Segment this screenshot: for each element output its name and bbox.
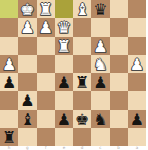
file-label-a: a — [128, 146, 146, 150]
square-g7[interactable]: ♝ — [18, 110, 36, 128]
square-d6[interactable] — [73, 91, 91, 109]
square-h4[interactable]: ♟ — [0, 55, 18, 73]
square-b5[interactable] — [110, 73, 128, 91]
square-c6[interactable] — [91, 91, 109, 109]
file-label-c: c — [91, 146, 109, 150]
white-pawn[interactable]: ♟ — [93, 38, 107, 54]
file-coordinates: hgfedcba — [0, 146, 146, 150]
square-e2[interactable]: ♛ — [55, 18, 73, 36]
square-f7[interactable] — [37, 110, 55, 128]
square-e4[interactable] — [55, 55, 73, 73]
square-c2[interactable] — [91, 18, 109, 36]
square-h1[interactable] — [0, 0, 18, 18]
black-pawn[interactable]: ♟ — [57, 75, 71, 91]
square-h6[interactable] — [0, 91, 18, 109]
square-c8[interactable] — [91, 128, 109, 146]
white-bishop[interactable]: ♝ — [75, 2, 89, 18]
square-a8[interactable] — [128, 128, 146, 146]
square-g1[interactable]: ♚ — [18, 0, 36, 18]
square-a6[interactable] — [128, 91, 146, 109]
white-knight[interactable]: ♞ — [93, 56, 107, 72]
black-pawn[interactable]: ♟ — [2, 75, 16, 91]
white-pawn[interactable]: ♟ — [130, 56, 144, 72]
square-a5[interactable] — [128, 73, 146, 91]
file-label-b: b — [110, 146, 128, 150]
file-label-e: e — [55, 146, 73, 150]
square-g8[interactable] — [18, 128, 36, 146]
square-f3[interactable] — [37, 37, 55, 55]
square-c3[interactable]: ♟ — [91, 37, 109, 55]
file-label-g: g — [18, 146, 36, 150]
black-bishop[interactable]: ♝ — [20, 111, 34, 127]
square-d3[interactable] — [73, 37, 91, 55]
square-g3[interactable] — [18, 37, 36, 55]
black-pawn[interactable]: ♟ — [93, 75, 107, 91]
square-c4[interactable]: ♞ — [91, 55, 109, 73]
square-e3[interactable]: ♜ — [55, 37, 73, 55]
square-b7[interactable] — [110, 110, 128, 128]
square-d5[interactable]: ♜ — [73, 73, 91, 91]
square-g5[interactable] — [18, 73, 36, 91]
black-king[interactable]: ♚ — [75, 111, 89, 127]
file-label-h: h — [0, 146, 18, 150]
square-f5[interactable] — [37, 73, 55, 91]
square-d7[interactable]: ♚ — [73, 110, 91, 128]
square-h8[interactable]: ♜ — [0, 128, 18, 146]
square-c1[interactable]: ♛ — [91, 0, 109, 18]
square-g6[interactable]: ♟ — [18, 91, 36, 109]
square-b6[interactable] — [110, 91, 128, 109]
square-c7[interactable]: ♞ — [91, 110, 109, 128]
black-pawn[interactable]: ♟ — [57, 111, 71, 127]
file-label-d: d — [73, 146, 91, 150]
black-rook[interactable]: ♜ — [2, 129, 16, 145]
square-f8[interactable] — [37, 128, 55, 146]
white-pawn[interactable]: ♟ — [2, 56, 16, 72]
square-f4[interactable] — [37, 55, 55, 73]
square-b2[interactable] — [110, 18, 128, 36]
square-b8[interactable] — [110, 128, 128, 146]
white-rook[interactable]: ♜ — [57, 38, 71, 54]
white-pawn[interactable]: ♟ — [20, 20, 34, 36]
square-h2[interactable] — [0, 18, 18, 36]
square-a7[interactable]: ♟ — [128, 110, 146, 128]
white-rook[interactable]: ♜ — [38, 2, 52, 18]
square-d2[interactable] — [73, 18, 91, 36]
square-d4[interactable] — [73, 55, 91, 73]
square-f2[interactable]: ♟ — [37, 18, 55, 36]
square-b4[interactable] — [110, 55, 128, 73]
square-e7[interactable]: ♟ — [55, 110, 73, 128]
white-pawn[interactable]: ♟ — [38, 20, 52, 36]
black-pawn[interactable]: ♟ — [130, 111, 144, 127]
square-d8[interactable] — [73, 128, 91, 146]
file-label-f: f — [37, 146, 55, 150]
square-h3[interactable] — [0, 37, 18, 55]
black-knight[interactable]: ♞ — [93, 111, 107, 127]
square-e1[interactable] — [55, 0, 73, 18]
square-f6[interactable] — [37, 91, 55, 109]
white-queen[interactable]: ♛ — [57, 20, 71, 36]
chess-board: ♚♜♝♛♟♟♛♜♟♟♞♟♟♟♜♟♟♝♟♚♞♟♜ — [0, 0, 146, 146]
square-f1[interactable]: ♜ — [37, 0, 55, 18]
black-pawn[interactable]: ♟ — [20, 93, 34, 109]
square-e6[interactable] — [55, 91, 73, 109]
square-a2[interactable] — [128, 18, 146, 36]
square-h5[interactable]: ♟ — [0, 73, 18, 91]
square-e5[interactable]: ♟ — [55, 73, 73, 91]
square-g2[interactable]: ♟ — [18, 18, 36, 36]
black-queen[interactable]: ♛ — [93, 2, 107, 18]
square-e8[interactable] — [55, 128, 73, 146]
black-rook[interactable]: ♜ — [75, 75, 89, 91]
square-b1[interactable] — [110, 0, 128, 18]
square-c5[interactable]: ♟ — [91, 73, 109, 91]
square-a4[interactable]: ♟ — [128, 55, 146, 73]
square-a1[interactable] — [128, 0, 146, 18]
white-king[interactable]: ♚ — [20, 2, 34, 18]
square-g4[interactable] — [18, 55, 36, 73]
square-h7[interactable] — [0, 110, 18, 128]
square-d1[interactable]: ♝ — [73, 0, 91, 18]
square-b3[interactable] — [110, 37, 128, 55]
square-a3[interactable] — [128, 37, 146, 55]
